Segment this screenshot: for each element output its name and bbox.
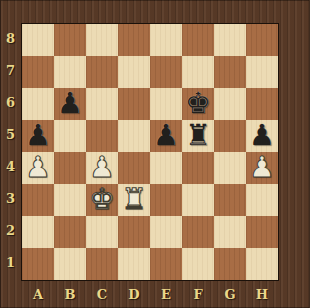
square-b1[interactable] [54,248,86,280]
rank-label-4: 4 [0,151,21,183]
square-h4[interactable]: ♟ [246,152,278,184]
square-h1[interactable] [246,248,278,280]
square-c8[interactable] [86,24,118,56]
white-king[interactable]: ♚ [86,184,118,216]
square-a2[interactable] [22,216,54,248]
square-b4[interactable] [54,152,86,184]
square-d6[interactable] [118,88,150,120]
square-d8[interactable] [118,24,150,56]
file-label-f: F [182,281,214,308]
file-label-d: D [118,281,150,308]
square-b7[interactable] [54,56,86,88]
file-label-g: G [214,281,246,308]
square-b5[interactable] [54,120,86,152]
square-d1[interactable] [118,248,150,280]
black-pawn[interactable]: ♟ [246,120,278,152]
square-g5[interactable] [214,120,246,152]
rank-label-2: 2 [0,215,21,247]
square-f3[interactable] [182,184,214,216]
rank-label-8: 8 [0,23,21,55]
square-a4[interactable]: ♟ [22,152,54,184]
square-b6[interactable]: ♟ [54,88,86,120]
square-d7[interactable] [118,56,150,88]
black-rook[interactable]: ♜ [182,120,214,152]
square-e5[interactable]: ♟ [150,120,182,152]
square-d4[interactable] [118,152,150,184]
square-a6[interactable] [22,88,54,120]
square-b3[interactable] [54,184,86,216]
chess-board: ♟♚♟♟♜♟♟♟♟♚♜ [21,23,279,281]
square-e7[interactable] [150,56,182,88]
white-pawn[interactable]: ♟ [246,152,278,184]
black-pawn[interactable]: ♟ [22,120,54,152]
square-c5[interactable] [86,120,118,152]
black-pawn[interactable]: ♟ [54,88,86,120]
chess-board-frame: ♟♚♟♟♜♟♟♟♟♚♜ 87654321ABCDEFGH [0,0,310,308]
square-g3[interactable] [214,184,246,216]
square-c4[interactable]: ♟ [86,152,118,184]
square-f4[interactable] [182,152,214,184]
file-label-h: H [246,281,278,308]
rank-label-5: 5 [0,119,21,151]
square-e1[interactable] [150,248,182,280]
square-b8[interactable] [54,24,86,56]
square-f7[interactable] [182,56,214,88]
white-pawn[interactable]: ♟ [86,152,118,184]
square-g7[interactable] [214,56,246,88]
square-f5[interactable]: ♜ [182,120,214,152]
square-g8[interactable] [214,24,246,56]
square-h8[interactable] [246,24,278,56]
white-pawn[interactable]: ♟ [22,152,54,184]
white-rook[interactable]: ♜ [118,184,150,216]
square-f8[interactable] [182,24,214,56]
square-d2[interactable] [118,216,150,248]
square-g1[interactable] [214,248,246,280]
black-king[interactable]: ♚ [182,88,214,120]
square-b2[interactable] [54,216,86,248]
square-d5[interactable] [118,120,150,152]
square-e6[interactable] [150,88,182,120]
square-c2[interactable] [86,216,118,248]
square-a8[interactable] [22,24,54,56]
square-h5[interactable]: ♟ [246,120,278,152]
square-c6[interactable] [86,88,118,120]
rank-label-1: 1 [0,247,21,279]
square-h7[interactable] [246,56,278,88]
square-d3[interactable]: ♜ [118,184,150,216]
square-f2[interactable] [182,216,214,248]
square-h6[interactable] [246,88,278,120]
file-label-a: A [22,281,54,308]
square-e4[interactable] [150,152,182,184]
square-c7[interactable] [86,56,118,88]
square-g4[interactable] [214,152,246,184]
square-e8[interactable] [150,24,182,56]
square-c3[interactable]: ♚ [86,184,118,216]
file-label-e: E [150,281,182,308]
square-f6[interactable]: ♚ [182,88,214,120]
square-f1[interactable] [182,248,214,280]
square-a5[interactable]: ♟ [22,120,54,152]
square-a3[interactable] [22,184,54,216]
rank-label-6: 6 [0,87,21,119]
square-g6[interactable] [214,88,246,120]
rank-label-3: 3 [0,183,21,215]
black-pawn[interactable]: ♟ [150,120,182,152]
file-label-b: B [54,281,86,308]
square-g2[interactable] [214,216,246,248]
square-e3[interactable] [150,184,182,216]
square-h2[interactable] [246,216,278,248]
square-a1[interactable] [22,248,54,280]
file-label-c: C [86,281,118,308]
square-e2[interactable] [150,216,182,248]
square-a7[interactable] [22,56,54,88]
rank-label-7: 7 [0,55,21,87]
square-c1[interactable] [86,248,118,280]
square-h3[interactable] [246,184,278,216]
